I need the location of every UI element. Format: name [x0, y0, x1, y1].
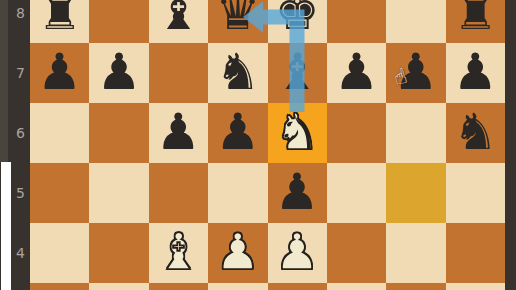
square-c3[interactable] — [149, 283, 208, 290]
black-bishop-e7[interactable]: ♝ — [275, 47, 320, 97]
square-a6[interactable] — [30, 103, 89, 163]
square-a4[interactable] — [30, 223, 89, 283]
square-a5[interactable] — [30, 163, 89, 223]
square-b7[interactable]: ♟ — [89, 43, 148, 103]
square-b8[interactable] — [89, 0, 148, 43]
square-a8[interactable]: ♜ — [30, 0, 89, 43]
square-d4[interactable]: ♟ — [208, 223, 267, 283]
square-g3[interactable] — [386, 283, 445, 290]
square-f6[interactable] — [327, 103, 386, 163]
square-d5[interactable] — [208, 163, 267, 223]
black-queen-d8[interactable]: ♛ — [215, 0, 260, 37]
square-h7[interactable]: ♟ — [446, 43, 505, 103]
rank-label-7: 7 — [0, 43, 30, 103]
square-e5[interactable]: ♟ — [268, 163, 327, 223]
white-knight-e6[interactable]: ♞ — [275, 107, 320, 157]
square-g8[interactable] — [386, 0, 445, 43]
square-e4[interactable]: ♟ — [268, 223, 327, 283]
white-bishop-c4[interactable]: ♝ — [156, 227, 201, 277]
rank-coordinates: 87654321 — [0, 0, 30, 290]
black-pawn-c6[interactable]: ♟ — [156, 107, 201, 157]
square-h6[interactable]: ♞ — [446, 103, 505, 163]
square-c8[interactable]: ♝ — [149, 0, 208, 43]
rank-label-8: 8 — [0, 0, 30, 43]
square-e6[interactable]: ♞ — [268, 103, 327, 163]
square-d8[interactable]: ♛ — [208, 0, 267, 43]
black-pawn-b7[interactable]: ♟ — [97, 47, 142, 97]
square-e3[interactable] — [268, 283, 327, 290]
black-king-e8[interactable]: ♚ — [275, 0, 320, 37]
square-c7[interactable] — [149, 43, 208, 103]
board-squares: ♜♝♛♚♜♟♟♞♝♟♟♟♟♟♞♞♟♝♟♟ — [30, 0, 505, 290]
black-pawn-d6[interactable]: ♟ — [215, 107, 260, 157]
square-b5[interactable] — [89, 163, 148, 223]
square-h3[interactable] — [446, 283, 505, 290]
square-b6[interactable] — [89, 103, 148, 163]
square-d6[interactable]: ♟ — [208, 103, 267, 163]
square-e7[interactable]: ♝ — [268, 43, 327, 103]
black-pawn-h7[interactable]: ♟ — [453, 47, 498, 97]
square-g4[interactable] — [386, 223, 445, 283]
black-pawn-f7[interactable]: ♟ — [334, 47, 379, 97]
square-b4[interactable] — [89, 223, 148, 283]
rank-label-3: 3 — [0, 283, 30, 290]
rank-label-4: 4 — [0, 223, 30, 283]
black-rook-h8[interactable]: ♜ — [453, 0, 498, 37]
black-pawn-e5[interactable]: ♟ — [275, 167, 320, 217]
square-d7[interactable]: ♞ — [208, 43, 267, 103]
square-a3[interactable] — [30, 283, 89, 290]
square-e8[interactable]: ♚ — [268, 0, 327, 43]
chess-board: ♜♝♛♚♜♟♟♞♝♟♟♟♟♟♞♞♟♝♟♟ ☝ — [30, 0, 505, 290]
square-f7[interactable]: ♟ — [327, 43, 386, 103]
square-f4[interactable] — [327, 223, 386, 283]
square-c4[interactable]: ♝ — [149, 223, 208, 283]
square-b3[interactable] — [89, 283, 148, 290]
black-knight-d7[interactable]: ♞ — [215, 47, 260, 97]
square-h8[interactable]: ♜ — [446, 0, 505, 43]
rank-label-6: 6 — [0, 103, 30, 163]
rank-label-5: 5 — [0, 163, 30, 223]
square-c6[interactable]: ♟ — [149, 103, 208, 163]
black-bishop-c8[interactable]: ♝ — [156, 0, 201, 37]
black-pawn-a7[interactable]: ♟ — [37, 47, 82, 97]
black-knight-h6[interactable]: ♞ — [453, 107, 498, 157]
square-a7[interactable]: ♟ — [30, 43, 89, 103]
square-c5[interactable] — [149, 163, 208, 223]
square-d3[interactable] — [208, 283, 267, 290]
square-f8[interactable] — [327, 0, 386, 43]
white-pawn-e4[interactable]: ♟ — [275, 227, 320, 277]
white-pawn-d4[interactable]: ♟ — [215, 227, 260, 277]
square-f5[interactable] — [327, 163, 386, 223]
square-g6[interactable] — [386, 103, 445, 163]
square-h4[interactable] — [446, 223, 505, 283]
square-f3[interactable] — [327, 283, 386, 290]
square-h5[interactable] — [446, 163, 505, 223]
square-g5[interactable] — [386, 163, 445, 223]
black-rook-a8[interactable]: ♜ — [37, 0, 82, 37]
